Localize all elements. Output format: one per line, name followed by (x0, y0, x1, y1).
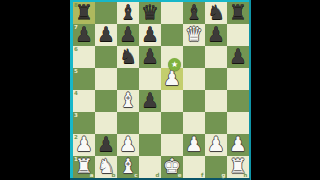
square-d7[interactable]: ♟ (139, 24, 161, 46)
square-g1[interactable]: g (205, 156, 227, 178)
black-pawn[interactable]: ♟ (139, 45, 161, 67)
square-g4[interactable] (205, 90, 227, 112)
rank-label-5: 5 (74, 68, 78, 74)
rank-label-3: 3 (74, 112, 78, 118)
square-e4[interactable] (161, 90, 183, 112)
square-e1[interactable]: ♚e (161, 156, 183, 178)
square-e7[interactable] (161, 24, 183, 46)
file-label-c: c (134, 172, 137, 178)
rank-label-4: 4 (74, 90, 78, 96)
square-b2[interactable]: ♟ (95, 134, 117, 156)
black-pawn[interactable]: ♟ (205, 23, 227, 45)
square-f6[interactable] (183, 46, 205, 68)
square-c4[interactable]: ♝ (117, 90, 139, 112)
square-a6[interactable]: 6 (73, 46, 95, 68)
square-f1[interactable]: f (183, 156, 205, 178)
square-g7[interactable]: ♟ (205, 24, 227, 46)
file-label-d: d (156, 172, 160, 178)
black-pawn[interactable]: ♟ (95, 23, 117, 45)
square-a7[interactable]: ♟7 (73, 24, 95, 46)
square-g8[interactable]: ♞ (205, 2, 227, 24)
black-pawn[interactable]: ♟ (95, 133, 117, 155)
square-e2[interactable] (161, 134, 183, 156)
square-g6[interactable] (205, 46, 227, 68)
rank-label-8: 8 (74, 2, 78, 8)
square-h8[interactable]: ♜ (227, 2, 249, 24)
rank-label-6: 6 (74, 46, 78, 52)
file-label-e: e (178, 172, 182, 178)
chess-board[interactable]: ♜8♝♛♝♞♜♟7♟♟♟♛♟6♞♟♟5♟4♝♟3♟2♟♟♟♟♟♜1a♞b♝cd♚… (73, 2, 249, 178)
file-label-b: b (112, 172, 116, 178)
square-c6[interactable]: ♞ (117, 46, 139, 68)
square-e8[interactable] (161, 2, 183, 24)
black-knight[interactable]: ♞ (117, 45, 139, 67)
file-label-h: h (244, 172, 248, 178)
square-b3[interactable] (95, 112, 117, 134)
square-d6[interactable]: ♟ (139, 46, 161, 68)
square-d5[interactable] (139, 68, 161, 90)
square-b6[interactable] (95, 46, 117, 68)
teal-border-right (249, 0, 251, 180)
black-bishop[interactable]: ♝ (183, 1, 205, 23)
square-h4[interactable] (227, 90, 249, 112)
square-f8[interactable]: ♝ (183, 2, 205, 24)
video-frame: ♜8♝♛♝♞♜♟7♟♟♟♛♟6♞♟♟5♟4♝♟3♟2♟♟♟♟♟♜1a♞b♝cd♚… (0, 0, 320, 180)
square-g2[interactable]: ♟ (205, 134, 227, 156)
black-pawn[interactable]: ♟ (139, 89, 161, 111)
white-bishop[interactable]: ♝ (117, 89, 139, 111)
teal-border-bottom (70, 178, 250, 180)
square-b1[interactable]: ♞b (95, 156, 117, 178)
square-a2[interactable]: ♟2 (73, 134, 95, 156)
square-c3[interactable] (117, 112, 139, 134)
square-c1[interactable]: ♝c (117, 156, 139, 178)
rank-label-7: 7 (74, 24, 78, 30)
square-b8[interactable] (95, 2, 117, 24)
square-g3[interactable] (205, 112, 227, 134)
black-bishop[interactable]: ♝ (117, 1, 139, 23)
square-b5[interactable] (95, 68, 117, 90)
square-e5[interactable]: ♟ (161, 68, 183, 90)
square-a1[interactable]: ♜1a (73, 156, 95, 178)
file-label-f: f (201, 172, 203, 178)
square-h1[interactable]: ♜h (227, 156, 249, 178)
square-g5[interactable] (205, 68, 227, 90)
square-a5[interactable]: 5 (73, 68, 95, 90)
square-a3[interactable]: 3 (73, 112, 95, 134)
square-c2[interactable]: ♟ (117, 134, 139, 156)
square-d4[interactable]: ♟ (139, 90, 161, 112)
square-f2[interactable]: ♟ (183, 134, 205, 156)
square-a8[interactable]: ♜8 (73, 2, 95, 24)
file-label-a: a (90, 172, 94, 178)
black-knight[interactable]: ♞ (205, 1, 227, 23)
square-b7[interactable]: ♟ (95, 24, 117, 46)
square-h2[interactable]: ♟ (227, 134, 249, 156)
square-h5[interactable] (227, 68, 249, 90)
square-f7[interactable]: ♛ (183, 24, 205, 46)
square-h3[interactable] (227, 112, 249, 134)
square-h7[interactable] (227, 24, 249, 46)
square-c5[interactable] (117, 68, 139, 90)
best-move-star-badge: ★ (168, 58, 181, 71)
square-f5[interactable] (183, 68, 205, 90)
square-c8[interactable]: ♝ (117, 2, 139, 24)
square-b4[interactable] (95, 90, 117, 112)
black-pawn[interactable]: ♟ (227, 45, 249, 67)
file-label-g: g (222, 172, 226, 178)
black-queen[interactable]: ♛ (139, 1, 161, 23)
square-f4[interactable] (183, 90, 205, 112)
square-c7[interactable]: ♟ (117, 24, 139, 46)
square-d8[interactable]: ♛ (139, 2, 161, 24)
square-f3[interactable] (183, 112, 205, 134)
square-h6[interactable]: ♟ (227, 46, 249, 68)
square-a4[interactable]: 4 (73, 90, 95, 112)
square-e3[interactable] (161, 112, 183, 134)
square-d3[interactable] (139, 112, 161, 134)
white-pawn[interactable]: ♟ (227, 133, 249, 155)
black-rook[interactable]: ♜ (227, 1, 249, 23)
white-queen[interactable]: ♛ (183, 23, 205, 45)
white-pawn[interactable]: ♟ (117, 133, 139, 155)
white-pawn[interactable]: ♟ (205, 133, 227, 155)
square-d2[interactable] (139, 134, 161, 156)
rank-label-1: 1 (74, 156, 78, 162)
rank-label-2: 2 (74, 134, 78, 140)
black-pawn[interactable]: ♟ (139, 23, 161, 45)
black-pawn[interactable]: ♟ (117, 23, 139, 45)
white-pawn[interactable]: ♟ (183, 133, 205, 155)
square-d1[interactable]: d (139, 156, 161, 178)
